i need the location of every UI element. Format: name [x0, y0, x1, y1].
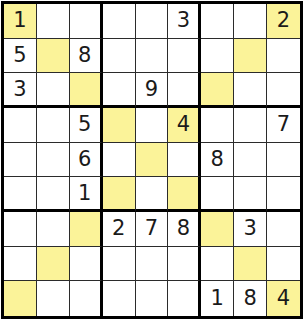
cell-r1c5[interactable]	[136, 4, 169, 39]
cell-r5c5[interactable]	[136, 143, 169, 178]
cell-r5c6[interactable]	[168, 143, 201, 178]
cell-r8c1[interactable]	[4, 247, 37, 282]
cell-r3c1[interactable]: 3	[4, 73, 37, 108]
cell-r2c3[interactable]: 8	[70, 39, 103, 74]
cell-r5c3[interactable]: 6	[70, 143, 103, 178]
cell-r2c6[interactable]	[168, 39, 201, 74]
cell-r3c8[interactable]	[234, 73, 267, 108]
cell-r2c1[interactable]: 5	[4, 39, 37, 74]
cell-r6c4[interactable]	[103, 177, 136, 212]
cell-r8c4[interactable]	[103, 247, 136, 282]
cell-r1c6[interactable]: 3	[168, 4, 201, 39]
cell-r4c3[interactable]: 5	[70, 108, 103, 143]
cell-r1c8[interactable]	[234, 4, 267, 39]
cell-r2c9[interactable]	[267, 39, 300, 74]
cell-r2c2[interactable]	[37, 39, 70, 74]
cell-r7c7[interactable]	[201, 212, 234, 247]
cell-r4c8[interactable]	[234, 108, 267, 143]
cell-r3c5[interactable]: 9	[136, 73, 169, 108]
cell-r7c5[interactable]: 7	[136, 212, 169, 247]
cell-r4c9[interactable]: 7	[267, 108, 300, 143]
cell-r6c8[interactable]	[234, 177, 267, 212]
cell-r7c8[interactable]: 3	[234, 212, 267, 247]
cell-r7c3[interactable]	[70, 212, 103, 247]
cell-r7c9[interactable]	[267, 212, 300, 247]
cell-r3c9[interactable]	[267, 73, 300, 108]
cell-r2c5[interactable]	[136, 39, 169, 74]
cell-r9c6[interactable]	[168, 281, 201, 316]
cell-r9c7[interactable]: 1	[201, 281, 234, 316]
cell-r3c6[interactable]	[168, 73, 201, 108]
cell-r5c2[interactable]	[37, 143, 70, 178]
cell-r1c3[interactable]	[70, 4, 103, 39]
sudoku-board: 13258395476812783184	[1, 1, 303, 319]
cell-r4c5[interactable]	[136, 108, 169, 143]
cell-r6c5[interactable]	[136, 177, 169, 212]
cell-r4c2[interactable]	[37, 108, 70, 143]
cell-r7c4[interactable]: 2	[103, 212, 136, 247]
cell-r6c6[interactable]	[168, 177, 201, 212]
cell-r8c2[interactable]	[37, 247, 70, 282]
cell-r6c7[interactable]	[201, 177, 234, 212]
cell-r1c7[interactable]	[201, 4, 234, 39]
cell-r4c4[interactable]	[103, 108, 136, 143]
cell-r9c4[interactable]	[103, 281, 136, 316]
cell-r9c1[interactable]	[4, 281, 37, 316]
cell-r5c8[interactable]	[234, 143, 267, 178]
cell-r3c2[interactable]	[37, 73, 70, 108]
cell-r9c8[interactable]: 8	[234, 281, 267, 316]
cell-r6c9[interactable]	[267, 177, 300, 212]
cell-r8c8[interactable]	[234, 247, 267, 282]
cell-r8c7[interactable]	[201, 247, 234, 282]
cell-r2c8[interactable]	[234, 39, 267, 74]
cell-r4c7[interactable]	[201, 108, 234, 143]
cell-r6c1[interactable]	[4, 177, 37, 212]
cell-r3c4[interactable]	[103, 73, 136, 108]
cell-r3c7[interactable]	[201, 73, 234, 108]
cell-r3c3[interactable]	[70, 73, 103, 108]
cell-r8c5[interactable]	[136, 247, 169, 282]
cell-r6c2[interactable]	[37, 177, 70, 212]
cell-r7c6[interactable]: 8	[168, 212, 201, 247]
cell-r8c3[interactable]	[70, 247, 103, 282]
cell-r5c9[interactable]	[267, 143, 300, 178]
cell-r5c4[interactable]	[103, 143, 136, 178]
cell-r1c4[interactable]	[103, 4, 136, 39]
cell-r9c5[interactable]	[136, 281, 169, 316]
cell-r8c6[interactable]	[168, 247, 201, 282]
cell-r7c2[interactable]	[37, 212, 70, 247]
cell-r6c3[interactable]: 1	[70, 177, 103, 212]
cell-r2c7[interactable]	[201, 39, 234, 74]
cell-r5c7[interactable]: 8	[201, 143, 234, 178]
sudoku-page: 13258395476812783184	[0, 0, 304, 320]
cell-r9c3[interactable]	[70, 281, 103, 316]
cell-r9c2[interactable]	[37, 281, 70, 316]
cell-r1c9[interactable]: 2	[267, 4, 300, 39]
cell-r9c9[interactable]: 4	[267, 281, 300, 316]
cell-r4c1[interactable]	[4, 108, 37, 143]
cell-r5c1[interactable]	[4, 143, 37, 178]
cell-r7c1[interactable]	[4, 212, 37, 247]
cell-r1c1[interactable]: 1	[4, 4, 37, 39]
cell-r2c4[interactable]	[103, 39, 136, 74]
cell-r4c6[interactable]: 4	[168, 108, 201, 143]
cell-r1c2[interactable]	[37, 4, 70, 39]
cell-r8c9[interactable]	[267, 247, 300, 282]
